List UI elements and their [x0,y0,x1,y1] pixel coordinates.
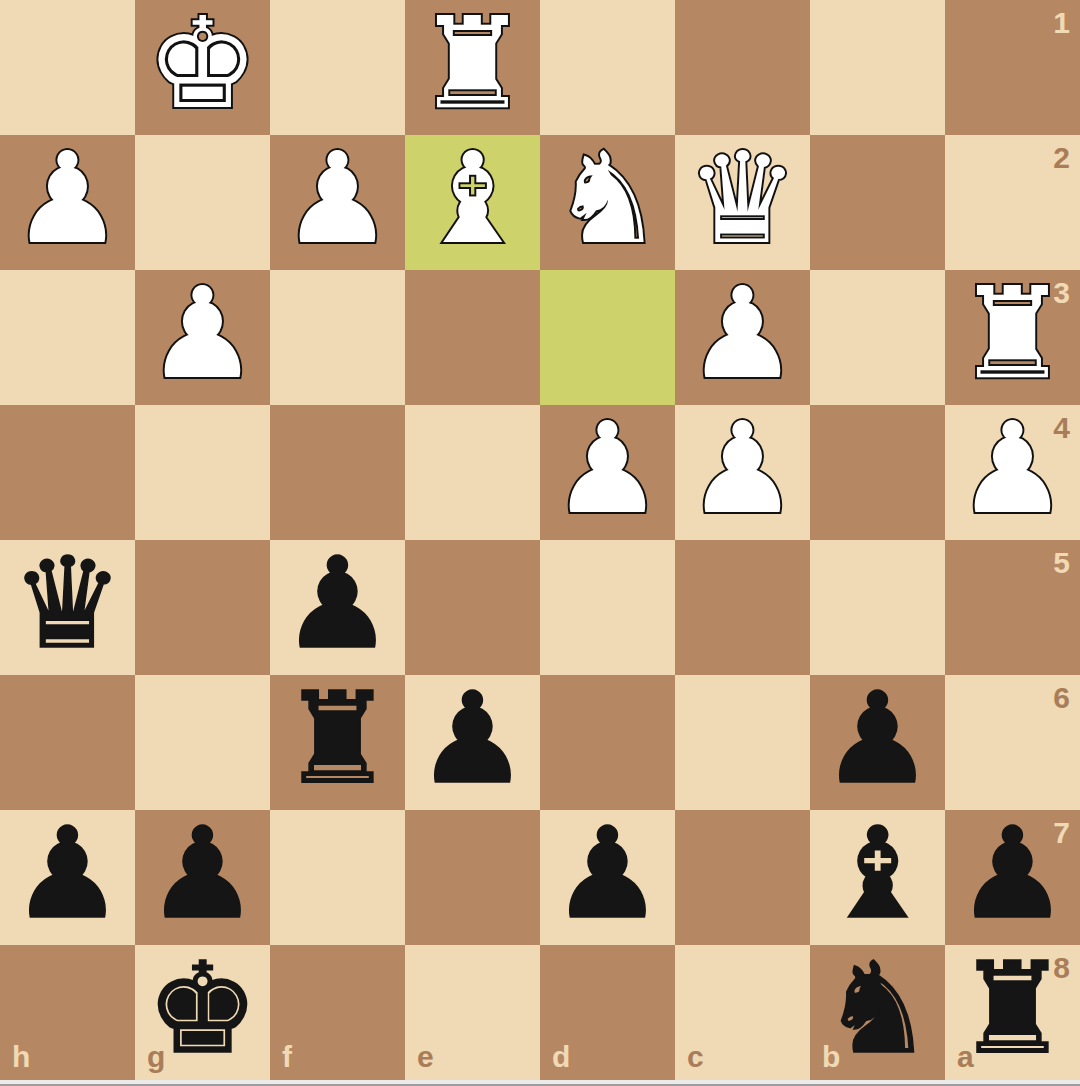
square-e5[interactable] [405,540,540,675]
square-b8[interactable]: ♞b [810,945,945,1080]
square-e2[interactable]: ♝ [405,135,540,270]
coord-label-file-d: d [552,1042,570,1072]
square-f7[interactable] [270,810,405,945]
chess-board: ♚♜1♟♟♝♞♛2♟♟♜3♟♟♟4♛♟5♜♟♟6♟♟♟♝♟7h♚gfedc♞b♜… [0,0,1080,1080]
square-g4[interactable] [135,405,270,540]
white-rook-piece[interactable]: ♜ [416,0,529,131]
white-bishop-piece[interactable]: ♝ [416,131,529,266]
black-pawn-piece[interactable]: ♟ [821,671,934,806]
square-a5[interactable]: 5 [945,540,1080,675]
white-king-piece[interactable]: ♚ [146,0,259,131]
square-h6[interactable] [0,675,135,810]
coord-label-file-g: g [147,1042,165,1072]
square-g5[interactable] [135,540,270,675]
square-c5[interactable] [675,540,810,675]
square-b3[interactable] [810,270,945,405]
coord-label-file-h: h [12,1042,30,1072]
coord-label-rank-2: 2 [1053,143,1070,173]
square-g3[interactable]: ♟ [135,270,270,405]
coord-label-rank-5: 5 [1053,548,1070,578]
square-d4[interactable]: ♟ [540,405,675,540]
square-d1[interactable] [540,0,675,135]
white-pawn-piece[interactable]: ♟ [686,401,799,536]
square-c3[interactable]: ♟ [675,270,810,405]
square-h8[interactable]: h [0,945,135,1080]
black-rook-piece[interactable]: ♜ [281,671,394,806]
square-h5[interactable]: ♛ [0,540,135,675]
black-pawn-piece[interactable]: ♟ [551,806,664,941]
square-h4[interactable] [0,405,135,540]
white-pawn-piece[interactable]: ♟ [146,266,259,401]
square-b7[interactable]: ♝ [810,810,945,945]
white-pawn-piece[interactable]: ♟ [686,266,799,401]
square-h2[interactable]: ♟ [0,135,135,270]
square-d2[interactable]: ♞ [540,135,675,270]
square-c2[interactable]: ♛ [675,135,810,270]
square-d5[interactable] [540,540,675,675]
square-f8[interactable]: f [270,945,405,1080]
square-e3[interactable] [405,270,540,405]
square-h3[interactable] [0,270,135,405]
square-b1[interactable] [810,0,945,135]
square-c8[interactable]: c [675,945,810,1080]
square-c6[interactable] [675,675,810,810]
black-pawn-piece[interactable]: ♟ [956,806,1069,941]
white-pawn-piece[interactable]: ♟ [281,131,394,266]
coord-label-rank-4: 4 [1053,413,1070,443]
square-h1[interactable] [0,0,135,135]
square-c4[interactable]: ♟ [675,405,810,540]
coord-label-rank-7: 7 [1053,818,1070,848]
square-c7[interactable] [675,810,810,945]
square-g1[interactable]: ♚ [135,0,270,135]
board-bottom-edge [0,1080,1080,1086]
square-a6[interactable]: 6 [945,675,1080,810]
square-e1[interactable]: ♜ [405,0,540,135]
square-g8[interactable]: ♚g [135,945,270,1080]
coord-label-file-b: b [822,1042,840,1072]
square-a3[interactable]: ♜3 [945,270,1080,405]
square-e4[interactable] [405,405,540,540]
square-a7[interactable]: ♟7 [945,810,1080,945]
square-d6[interactable] [540,675,675,810]
square-f1[interactable] [270,0,405,135]
square-f4[interactable] [270,405,405,540]
square-d7[interactable]: ♟ [540,810,675,945]
coord-label-rank-1: 1 [1053,8,1070,38]
square-a8[interactable]: ♜8a [945,945,1080,1080]
square-b2[interactable] [810,135,945,270]
coord-label-file-f: f [282,1042,292,1072]
square-f6[interactable]: ♜ [270,675,405,810]
square-e7[interactable] [405,810,540,945]
square-h7[interactable]: ♟ [0,810,135,945]
coord-label-rank-3: 3 [1053,278,1070,308]
square-e8[interactable]: e [405,945,540,1080]
black-bishop-piece[interactable]: ♝ [821,806,934,941]
square-a4[interactable]: ♟4 [945,405,1080,540]
black-pawn-piece[interactable]: ♟ [146,806,259,941]
square-g6[interactable] [135,675,270,810]
square-b6[interactable]: ♟ [810,675,945,810]
square-f2[interactable]: ♟ [270,135,405,270]
black-queen-piece[interactable]: ♛ [11,536,124,671]
black-pawn-piece[interactable]: ♟ [416,671,529,806]
square-g2[interactable] [135,135,270,270]
black-pawn-piece[interactable]: ♟ [281,536,394,671]
white-pawn-piece[interactable]: ♟ [11,131,124,266]
black-pawn-piece[interactable]: ♟ [11,806,124,941]
square-f5[interactable]: ♟ [270,540,405,675]
square-d8[interactable]: d [540,945,675,1080]
white-pawn-piece[interactable]: ♟ [956,401,1069,536]
white-knight-piece[interactable]: ♞ [551,131,664,266]
white-queen-piece[interactable]: ♛ [686,131,799,266]
square-e6[interactable]: ♟ [405,675,540,810]
square-b5[interactable] [810,540,945,675]
white-rook-piece[interactable]: ♜ [956,266,1069,401]
coord-label-file-c: c [687,1042,704,1072]
square-c1[interactable] [675,0,810,135]
chess-board-panel: ♚♜1♟♟♝♞♛2♟♟♜3♟♟♟4♛♟5♜♟♟6♟♟♟♝♟7h♚gfedc♞b♜… [0,0,1080,1086]
white-pawn-piece[interactable]: ♟ [551,401,664,536]
square-a2[interactable]: 2 [945,135,1080,270]
square-g7[interactable]: ♟ [135,810,270,945]
square-b4[interactable] [810,405,945,540]
square-f3[interactable] [270,270,405,405]
coord-label-rank-6: 6 [1053,683,1070,713]
coord-label-file-e: e [417,1042,434,1072]
square-d3[interactable] [540,270,675,405]
coord-label-rank-8: 8 [1053,953,1070,983]
square-a1[interactable]: 1 [945,0,1080,135]
coord-label-file-a: a [957,1042,974,1072]
